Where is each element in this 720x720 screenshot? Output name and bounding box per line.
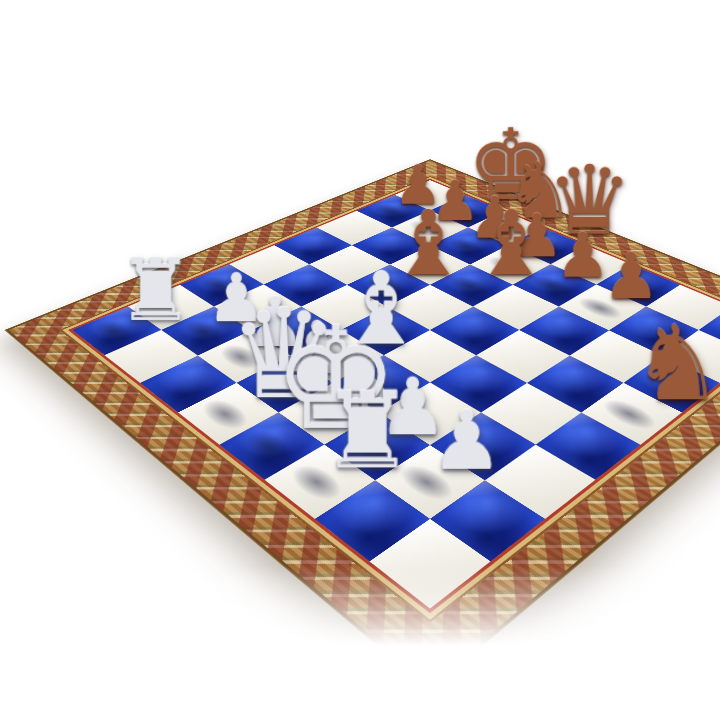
chess-set-photo: ♚♞♛♟♟♟♟♟♟♝♝♞♞♝♟♟♟♟♟♟♜♛♚♜: [0, 0, 720, 720]
background-highlight: [0, 120, 220, 280]
white-crop-fade: [0, 565, 720, 720]
board-square-f5[interactable]: [476, 330, 569, 383]
